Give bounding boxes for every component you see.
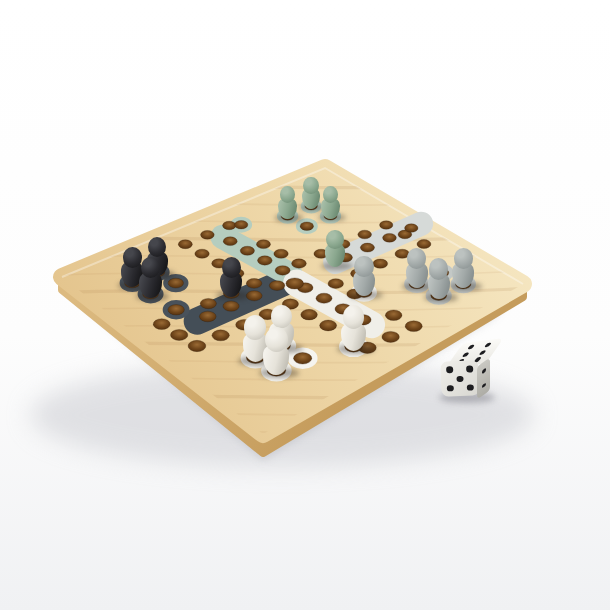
- track-hole-6-0[interactable]: [223, 221, 236, 229]
- green-lane-hole-5-1[interactable]: [223, 237, 237, 246]
- track-hole-4-7[interactable]: [301, 309, 318, 320]
- green-peg-3[interactable]: [321, 186, 339, 219]
- black-lane-hole-4-5[interactable]: [269, 281, 285, 291]
- die-pip: [447, 385, 454, 391]
- track-hole-9-4[interactable]: [358, 230, 372, 239]
- black-peg-3[interactable]: [139, 257, 161, 298]
- white-lane-hole-5-7[interactable]: [316, 293, 332, 303]
- track-hole-6-10[interactable]: [405, 321, 422, 332]
- die-pip: [467, 344, 475, 349]
- die-pip: [482, 383, 486, 389]
- green-lane-hole-5-3[interactable]: [258, 256, 273, 265]
- die-pip: [462, 352, 470, 357]
- peg-head: [265, 327, 288, 352]
- track-hole-6-6[interactable]: [328, 279, 344, 289]
- black-peg-4[interactable]: [220, 257, 242, 298]
- die[interactable]: [441, 342, 495, 402]
- green-home-hole-3[interactable]: [300, 222, 313, 230]
- product-photo: [0, 0, 610, 610]
- peg-head: [303, 177, 318, 194]
- track-hole-6-1[interactable]: [235, 221, 248, 229]
- white-peg-4[interactable]: [341, 305, 366, 351]
- peg-head: [326, 230, 344, 250]
- track-hole-4-1[interactable]: [195, 249, 209, 258]
- track-hole-2-4[interactable]: [200, 298, 216, 308]
- black-lane-hole-1-5[interactable]: [199, 311, 216, 322]
- track-hole-4-4[interactable]: [246, 278, 261, 288]
- track-hole-8-6[interactable]: [373, 259, 388, 268]
- track-hole-6-3[interactable]: [274, 249, 288, 258]
- track-hole-1-6[interactable]: [212, 330, 229, 341]
- black-home-hole-4[interactable]: [168, 278, 183, 288]
- track-hole-6-9[interactable]: [385, 310, 402, 321]
- track-hole-6-4[interactable]: [292, 259, 307, 268]
- gray-lane-hole-8-5[interactable]: [383, 233, 397, 242]
- die-front-face: [440, 360, 479, 396]
- black-lane-hole-2-5[interactable]: [223, 301, 239, 311]
- die-pip: [446, 367, 453, 373]
- white-peg-3[interactable]: [263, 327, 289, 375]
- green-peg-2[interactable]: [302, 177, 320, 209]
- gray-peg-4[interactable]: [353, 256, 375, 297]
- track-hole-4-0[interactable]: [178, 240, 192, 249]
- green-lane-hole-5-4[interactable]: [275, 266, 290, 276]
- track-hole-5-10[interactable]: [382, 331, 399, 342]
- peg-head: [354, 256, 373, 277]
- track-hole-6-2[interactable]: [256, 240, 270, 249]
- die-pip: [456, 375, 463, 381]
- center-hole[interactable]: [286, 278, 304, 289]
- track-hole-5-0[interactable]: [201, 230, 215, 239]
- track-hole-0-5[interactable]: [170, 329, 187, 340]
- peg-head: [343, 305, 365, 329]
- track-hole-4-8[interactable]: [320, 320, 337, 331]
- track-hole-0-6[interactable]: [188, 340, 206, 351]
- gray-peg-3[interactable]: [452, 248, 474, 288]
- peg-head: [454, 248, 473, 269]
- gray-lane-hole-7-5[interactable]: [360, 243, 374, 252]
- track-hole-0-4[interactable]: [153, 319, 170, 330]
- peg-head: [429, 258, 448, 279]
- track-hole-1-4[interactable]: [168, 305, 184, 315]
- gray-peg-2[interactable]: [428, 258, 450, 299]
- peg-head: [407, 248, 426, 269]
- die-pip: [482, 368, 486, 374]
- green-peg-4[interactable]: [325, 230, 346, 268]
- green-lane-hole-5-2[interactable]: [240, 246, 254, 255]
- ludo-board: [0, 0, 610, 610]
- gray-lane-hole-9-5[interactable]: [405, 224, 418, 233]
- green-peg-1[interactable]: [278, 186, 296, 219]
- gray-peg-1[interactable]: [406, 248, 428, 288]
- die-pip: [467, 384, 474, 390]
- die-pip: [478, 350, 486, 355]
- white-home-hole-4[interactable]: [294, 352, 312, 364]
- die-pip: [484, 342, 492, 347]
- peg-head: [222, 257, 241, 278]
- track-hole-10-4[interactable]: [380, 221, 393, 229]
- die-pip: [466, 366, 473, 372]
